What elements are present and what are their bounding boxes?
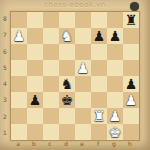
white-king[interactable]: ♚ <box>107 124 123 140</box>
square-g4[interactable] <box>107 76 123 92</box>
file-label-c: c <box>42 140 58 148</box>
file-labels: abcdefgh <box>10 140 140 148</box>
square-e5[interactable]: ♟ <box>75 60 91 76</box>
black-rook[interactable]: ♜ <box>123 12 139 28</box>
square-h6[interactable] <box>123 44 139 60</box>
square-a3[interactable] <box>11 92 27 108</box>
black-knight[interactable]: ♞ <box>59 76 75 92</box>
square-f3[interactable] <box>91 92 107 108</box>
white-pawn[interactable]: ♟ <box>75 60 91 76</box>
square-b7[interactable] <box>27 28 43 44</box>
white-rook[interactable]: ♜ <box>91 108 107 124</box>
rank-label-8: 8 <box>0 11 10 27</box>
square-h3[interactable]: ♟ <box>123 92 139 108</box>
black-to-move-indicator <box>130 2 139 11</box>
square-d7[interactable]: ♞ <box>59 28 75 44</box>
square-g5[interactable] <box>107 60 123 76</box>
square-c6[interactable] <box>43 44 59 60</box>
square-d3[interactable]: ♚ <box>59 92 75 108</box>
square-d6[interactable] <box>59 44 75 60</box>
square-h1[interactable] <box>123 124 139 140</box>
rank-label-7: 7 <box>0 27 10 43</box>
square-h5[interactable] <box>123 60 139 76</box>
square-e7[interactable] <box>75 28 91 44</box>
rank-label-5: 5 <box>0 60 10 76</box>
chess-diagram: chess-ebook.vn ♜♟♞♟♟♟♞♟♟♚♟♜♟♚ 87654321 a… <box>0 0 150 150</box>
square-b6[interactable] <box>27 44 43 60</box>
file-label-f: f <box>90 140 106 148</box>
black-pawn[interactable]: ♟ <box>123 76 139 92</box>
square-c7[interactable] <box>43 28 59 44</box>
file-label-g: g <box>106 140 122 148</box>
square-a1[interactable] <box>11 124 27 140</box>
square-h7[interactable] <box>123 28 139 44</box>
watermark-text: chess-ebook.vn <box>0 1 150 9</box>
white-knight[interactable]: ♞ <box>59 28 75 44</box>
square-a7[interactable]: ♟ <box>11 28 27 44</box>
square-c1[interactable] <box>43 124 59 140</box>
square-d1[interactable] <box>59 124 75 140</box>
white-pawn[interactable]: ♟ <box>107 108 123 124</box>
square-e8[interactable] <box>75 12 91 28</box>
square-f5[interactable] <box>91 60 107 76</box>
white-pawn[interactable]: ♟ <box>11 28 27 44</box>
file-label-a: a <box>10 140 26 148</box>
black-pawn[interactable]: ♟ <box>27 92 43 108</box>
square-e2[interactable] <box>75 108 91 124</box>
square-d5[interactable] <box>59 60 75 76</box>
rank-label-4: 4 <box>0 76 10 92</box>
square-a2[interactable] <box>11 108 27 124</box>
square-b8[interactable] <box>27 12 43 28</box>
white-pawn[interactable]: ♟ <box>123 92 139 108</box>
square-c8[interactable] <box>43 12 59 28</box>
square-a5[interactable] <box>11 60 27 76</box>
square-h2[interactable] <box>123 108 139 124</box>
square-f8[interactable] <box>91 12 107 28</box>
square-a8[interactable] <box>11 12 27 28</box>
square-c2[interactable] <box>43 108 59 124</box>
square-g2[interactable]: ♟ <box>107 108 123 124</box>
black-pawn[interactable]: ♟ <box>91 28 107 44</box>
square-b5[interactable] <box>27 60 43 76</box>
rank-label-1: 1 <box>0 125 10 141</box>
square-c4[interactable] <box>43 76 59 92</box>
square-b2[interactable] <box>27 108 43 124</box>
file-label-h: h <box>122 140 138 148</box>
black-king[interactable]: ♚ <box>59 92 75 108</box>
square-h4[interactable]: ♟ <box>123 76 139 92</box>
square-b1[interactable] <box>27 124 43 140</box>
file-label-b: b <box>26 140 42 148</box>
rank-label-2: 2 <box>0 109 10 125</box>
square-c3[interactable] <box>43 92 59 108</box>
square-f7[interactable]: ♟ <box>91 28 107 44</box>
square-f4[interactable] <box>91 76 107 92</box>
square-h8[interactable]: ♜ <box>123 12 139 28</box>
square-b4[interactable] <box>27 76 43 92</box>
square-e3[interactable] <box>75 92 91 108</box>
square-d4[interactable]: ♞ <box>59 76 75 92</box>
square-g3[interactable] <box>107 92 123 108</box>
square-g8[interactable] <box>107 12 123 28</box>
file-label-e: e <box>74 140 90 148</box>
square-c5[interactable] <box>43 60 59 76</box>
rank-label-3: 3 <box>0 92 10 108</box>
square-g1[interactable]: ♚ <box>107 124 123 140</box>
square-b3[interactable]: ♟ <box>27 92 43 108</box>
chess-board: ♜♟♞♟♟♟♞♟♟♚♟♜♟♚ <box>10 11 140 141</box>
rank-labels: 87654321 <box>0 11 10 141</box>
square-e4[interactable] <box>75 76 91 92</box>
square-a4[interactable] <box>11 76 27 92</box>
square-e6[interactable] <box>75 44 91 60</box>
square-d2[interactable] <box>59 108 75 124</box>
square-d8[interactable] <box>59 12 75 28</box>
file-label-d: d <box>58 140 74 148</box>
square-g7[interactable]: ♟ <box>107 28 123 44</box>
square-f2[interactable]: ♜ <box>91 108 107 124</box>
square-g6[interactable] <box>107 44 123 60</box>
square-f1[interactable] <box>91 124 107 140</box>
square-e1[interactable] <box>75 124 91 140</box>
square-f6[interactable] <box>91 44 107 60</box>
rank-label-6: 6 <box>0 44 10 60</box>
black-pawn[interactable]: ♟ <box>107 28 123 44</box>
square-a6[interactable] <box>11 44 27 60</box>
